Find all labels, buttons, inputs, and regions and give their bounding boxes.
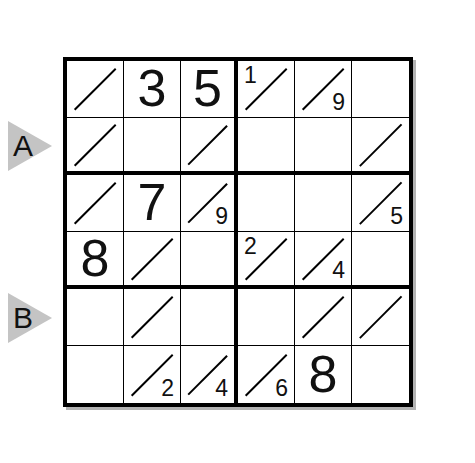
cell-r1c4[interactable]: 1 — [238, 61, 295, 118]
cell-r2c5[interactable] — [295, 118, 352, 175]
cell-r6c1[interactable] — [67, 346, 124, 403]
cell-r4c4[interactable]: 2 — [238, 232, 295, 289]
cell-r1c5[interactable]: 9 — [295, 61, 352, 118]
given-digit-below-slash: 4 — [215, 377, 228, 400]
cell-r1c1[interactable] — [67, 61, 124, 118]
cell-r2c6[interactable] — [352, 118, 409, 175]
diagonal-slash — [359, 295, 402, 338]
cell-r6c3[interactable]: 4 — [181, 346, 238, 403]
row-marker-b-label: B — [13, 303, 33, 333]
cell-r6c5[interactable]: 8 — [295, 346, 352, 403]
given-digit-above-slash: 2 — [244, 235, 257, 258]
given-digit-below-slash: 4 — [332, 259, 345, 282]
cell-r3c6[interactable]: 5 — [352, 175, 409, 232]
cell-r1c3[interactable]: 5 — [181, 61, 238, 118]
given-digit-below-slash: 6 — [275, 377, 288, 400]
puzzle-page: A B 35197958242468 — [0, 0, 475, 463]
cell-r5c6[interactable] — [352, 289, 409, 346]
diagonal-slash — [187, 124, 227, 164]
diagonal-slash — [74, 123, 116, 165]
given-digit: 7 — [138, 176, 167, 228]
given-digit: 8 — [81, 232, 110, 284]
cell-r5c4[interactable] — [238, 289, 295, 346]
cell-r5c3[interactable] — [181, 289, 238, 346]
cell-r4c6[interactable] — [352, 232, 409, 289]
cell-r1c6[interactable] — [352, 61, 409, 118]
cell-r5c5[interactable] — [295, 289, 352, 346]
given-digit-above-slash: 1 — [244, 64, 257, 87]
cell-r6c4[interactable]: 6 — [238, 346, 295, 403]
given-digit-below-slash: 5 — [390, 205, 403, 228]
cell-r2c2[interactable] — [124, 118, 181, 175]
cell-r4c2[interactable] — [124, 232, 181, 289]
diagonal-slash — [74, 182, 116, 224]
diagonal-slash — [359, 123, 402, 166]
cell-r1c2[interactable]: 3 — [124, 61, 181, 118]
cell-r3c1[interactable] — [67, 175, 124, 232]
cell-r3c2[interactable]: 7 — [124, 175, 181, 232]
diagonal-slash — [74, 68, 116, 110]
cell-r4c5[interactable]: 4 — [295, 232, 352, 289]
row-marker-a: A — [8, 121, 52, 171]
given-digit-below-slash: 9 — [215, 205, 228, 228]
given-digit: 3 — [138, 62, 167, 114]
cell-r6c6[interactable] — [352, 346, 409, 403]
cell-r5c1[interactable] — [67, 289, 124, 346]
cell-r4c1[interactable]: 8 — [67, 232, 124, 289]
cell-r3c3[interactable]: 9 — [181, 175, 238, 232]
cell-r2c4[interactable] — [238, 118, 295, 175]
diagonal-slash — [131, 296, 173, 338]
cell-r3c4[interactable] — [238, 175, 295, 232]
cell-r2c1[interactable] — [67, 118, 124, 175]
cell-r3c5[interactable] — [295, 175, 352, 232]
given-digit-below-slash: 2 — [161, 377, 174, 400]
cell-r4c3[interactable] — [181, 232, 238, 289]
given-digit-below-slash: 9 — [332, 91, 345, 114]
cell-r2c3[interactable] — [181, 118, 238, 175]
sudoku-board: 35197958242468 — [63, 57, 413, 407]
given-digit: 8 — [309, 348, 338, 400]
diagonal-slash — [131, 237, 173, 279]
row-marker-a-label: A — [13, 131, 33, 161]
row-marker-b: B — [8, 293, 52, 343]
cell-r5c2[interactable] — [124, 289, 181, 346]
given-digit: 5 — [193, 62, 222, 114]
cell-r6c2[interactable]: 2 — [124, 346, 181, 403]
diagonal-slash — [302, 296, 344, 338]
